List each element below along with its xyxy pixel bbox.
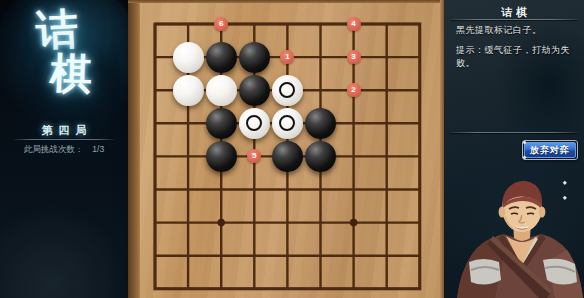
black-stone [272,141,303,172]
star-point [217,219,225,227]
left-panel: 诘 棋 第四局 此局挑战次数： 1/3 [0,0,128,298]
puzzle-hint: 提示：缓气征子，打劫为失败。 [456,44,582,70]
marked-white-stone [272,75,303,106]
black-stone [239,42,270,73]
round-label: 第四局 [0,123,128,138]
divider [12,139,116,140]
marked-white-stone [272,108,303,139]
black-stone [206,141,237,172]
puzzle-title: 诘棋 [444,5,584,20]
black-stone [239,75,270,106]
attempts-counter: 此局挑战次数： 1/3 [0,144,128,156]
black-stone [206,108,237,139]
attempts-value: 1/3 [92,144,104,156]
capture-target-ring [279,115,295,131]
capture-target-ring [279,82,295,98]
cloud-decoration [494,20,584,150]
give-up-button-label: 放弃对弈 [524,142,576,158]
marked-white-stone [239,108,270,139]
white-stone [173,42,204,73]
give-up-button[interactable]: 放弃对弈 [522,140,578,160]
attempts-label: 此局挑战次数： [24,144,84,156]
puzzle-objective: 黑先提取标记白子。 [456,24,582,37]
right-panel: 诘棋 黑先提取标记白子。 提示：缓气征子，打劫为失败。 放弃对弈 [444,0,584,298]
capture-target-ring [246,115,262,131]
star-point [350,219,358,227]
game-logo: 诘 棋 [0,0,128,120]
black-stone [206,42,237,73]
go-board[interactable]: 123456 [128,0,444,298]
divider [450,19,578,20]
black-stone [305,108,336,139]
white-stone [206,75,237,106]
move-marker-4: 4 [347,17,361,31]
opponent-portrait [443,170,584,298]
white-stone [173,75,204,106]
move-marker-2: 2 [347,83,361,97]
divider [450,132,578,133]
black-stone [305,141,336,172]
move-marker-3: 3 [347,50,361,64]
smoke-decoration [0,200,130,298]
logo-char-2: 棋 [49,45,93,102]
game-window: 诘 棋 第四局 此局挑战次数： 1/3 123456 诘棋 黑先提取标记白子。 … [0,0,584,298]
